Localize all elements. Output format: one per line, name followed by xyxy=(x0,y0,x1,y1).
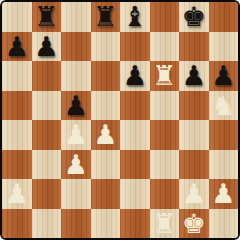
piece-black-pawn[interactable]: ♟ xyxy=(182,62,206,89)
square-e2[interactable] xyxy=(120,179,150,209)
square-g3[interactable] xyxy=(179,150,209,180)
square-e7[interactable] xyxy=(120,32,150,62)
square-f5[interactable] xyxy=(150,91,180,121)
square-f4[interactable] xyxy=(150,120,180,150)
piece-black-rook[interactable]: ♜ xyxy=(34,3,58,30)
piece-black-pawn[interactable]: ♟ xyxy=(64,92,88,119)
square-e3[interactable] xyxy=(120,150,150,180)
square-a4[interactable] xyxy=(2,120,32,150)
square-d4[interactable]: ♟ xyxy=(91,120,121,150)
square-c6[interactable] xyxy=(61,61,91,91)
square-g2[interactable]: ♟ xyxy=(179,179,209,209)
square-g5[interactable] xyxy=(179,91,209,121)
square-c7[interactable] xyxy=(61,32,91,62)
square-c1[interactable] xyxy=(61,209,91,239)
square-h6[interactable]: ♟ xyxy=(209,61,239,91)
square-a5[interactable] xyxy=(2,91,32,121)
square-f1[interactable]: ♜ xyxy=(150,209,180,239)
chessboard: ♜♜♝♚♟♟♟♜♟♟♟♞♟♟♟♟♟♟♜♚ xyxy=(0,0,240,240)
square-h4[interactable] xyxy=(209,120,239,150)
piece-white-pawn[interactable]: ♟ xyxy=(64,121,88,148)
square-h3[interactable] xyxy=(209,150,239,180)
square-d2[interactable] xyxy=(91,179,121,209)
square-g6[interactable]: ♟ xyxy=(179,61,209,91)
piece-black-rook[interactable]: ♜ xyxy=(93,3,117,30)
piece-white-pawn[interactable]: ♟ xyxy=(64,151,88,178)
piece-white-pawn[interactable]: ♟ xyxy=(93,121,117,148)
square-d1[interactable] xyxy=(91,209,121,239)
square-c4[interactable]: ♟ xyxy=(61,120,91,150)
square-b4[interactable] xyxy=(32,120,62,150)
piece-white-king[interactable]: ♚ xyxy=(182,210,206,237)
square-h5[interactable]: ♞ xyxy=(209,91,239,121)
square-b2[interactable] xyxy=(32,179,62,209)
square-f8[interactable] xyxy=(150,2,180,32)
square-d6[interactable] xyxy=(91,61,121,91)
square-b6[interactable] xyxy=(32,61,62,91)
square-f2[interactable] xyxy=(150,179,180,209)
square-b8[interactable]: ♜ xyxy=(32,2,62,32)
piece-white-rook[interactable]: ♜ xyxy=(152,62,176,89)
square-h2[interactable]: ♟ xyxy=(209,179,239,209)
square-e4[interactable] xyxy=(120,120,150,150)
square-f6[interactable]: ♜ xyxy=(150,61,180,91)
square-d3[interactable] xyxy=(91,150,121,180)
square-a8[interactable] xyxy=(2,2,32,32)
square-a3[interactable] xyxy=(2,150,32,180)
square-d8[interactable]: ♜ xyxy=(91,2,121,32)
square-f7[interactable] xyxy=(150,32,180,62)
square-d7[interactable] xyxy=(91,32,121,62)
piece-white-pawn[interactable]: ♟ xyxy=(211,180,235,207)
square-d5[interactable] xyxy=(91,91,121,121)
square-c8[interactable] xyxy=(61,2,91,32)
square-b1[interactable] xyxy=(32,209,62,239)
square-e8[interactable]: ♝ xyxy=(120,2,150,32)
square-g7[interactable] xyxy=(179,32,209,62)
square-f3[interactable] xyxy=(150,150,180,180)
square-b7[interactable]: ♟ xyxy=(32,32,62,62)
piece-black-pawn[interactable]: ♟ xyxy=(211,62,235,89)
piece-white-knight[interactable]: ♞ xyxy=(211,92,235,119)
piece-black-pawn[interactable]: ♟ xyxy=(5,33,29,60)
square-c5[interactable]: ♟ xyxy=(61,91,91,121)
square-c2[interactable] xyxy=(61,179,91,209)
square-e6[interactable]: ♟ xyxy=(120,61,150,91)
square-a2[interactable]: ♟ xyxy=(2,179,32,209)
square-a6[interactable] xyxy=(2,61,32,91)
piece-white-rook[interactable]: ♜ xyxy=(152,210,176,237)
square-a1[interactable] xyxy=(2,209,32,239)
square-g4[interactable] xyxy=(179,120,209,150)
square-e5[interactable] xyxy=(120,91,150,121)
square-a7[interactable]: ♟ xyxy=(2,32,32,62)
piece-white-pawn[interactable]: ♟ xyxy=(5,180,29,207)
square-c3[interactable]: ♟ xyxy=(61,150,91,180)
square-h7[interactable] xyxy=(209,32,239,62)
square-h1[interactable] xyxy=(209,209,239,239)
piece-black-king[interactable]: ♚ xyxy=(182,3,206,30)
piece-black-pawn[interactable]: ♟ xyxy=(34,33,58,60)
square-g8[interactable]: ♚ xyxy=(179,2,209,32)
piece-black-pawn[interactable]: ♟ xyxy=(123,62,147,89)
square-g1[interactable]: ♚ xyxy=(179,209,209,239)
piece-white-pawn[interactable]: ♟ xyxy=(182,180,206,207)
square-b5[interactable] xyxy=(32,91,62,121)
square-e1[interactable] xyxy=(120,209,150,239)
piece-black-bishop[interactable]: ♝ xyxy=(123,3,147,30)
square-b3[interactable] xyxy=(32,150,62,180)
square-h8[interactable] xyxy=(209,2,239,32)
